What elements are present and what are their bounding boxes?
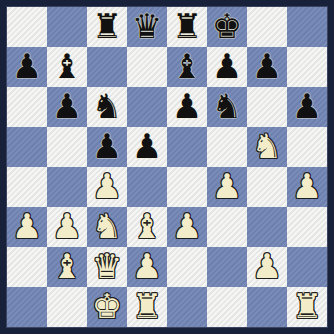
piece-white-pawn[interactable]: ♟ — [52, 207, 82, 246]
square-c2[interactable]: ♛ — [87, 247, 127, 287]
piece-black-queen[interactable]: ♛ — [132, 7, 162, 46]
square-g7[interactable]: ♟ — [247, 47, 287, 87]
piece-white-pawn[interactable]: ♟ — [12, 207, 42, 246]
square-d1[interactable]: ♜ — [127, 287, 167, 327]
piece-black-knight[interactable]: ♞ — [212, 87, 242, 126]
square-d3[interactable]: ♝ — [127, 207, 167, 247]
piece-white-queen[interactable]: ♛ — [92, 247, 122, 286]
square-g5[interactable]: ♞ — [247, 127, 287, 167]
chess-board: ♜♛♜♚♟♝♝♟♟♟♞♟♞♟♟♟♞♟♟♟♟♟♞♝♟♝♛♟♟♚♜♜ — [7, 7, 327, 327]
square-b6[interactable]: ♟ — [47, 87, 87, 127]
square-a8[interactable] — [7, 7, 47, 47]
square-d6[interactable] — [127, 87, 167, 127]
piece-black-pawn[interactable]: ♟ — [52, 87, 82, 126]
piece-white-bishop[interactable]: ♝ — [132, 207, 162, 246]
square-a6[interactable] — [7, 87, 47, 127]
square-h4[interactable]: ♟ — [287, 167, 327, 207]
piece-white-pawn[interactable]: ♟ — [92, 167, 122, 206]
square-c3[interactable]: ♞ — [87, 207, 127, 247]
square-e2[interactable] — [167, 247, 207, 287]
square-f8[interactable]: ♚ — [207, 7, 247, 47]
board-frame: ♜♛♜♚♟♝♝♟♟♟♞♟♞♟♟♟♞♟♟♟♟♟♞♝♟♝♛♟♟♚♜♜ — [0, 0, 334, 334]
square-e4[interactable] — [167, 167, 207, 207]
square-g1[interactable] — [247, 287, 287, 327]
square-g8[interactable] — [247, 7, 287, 47]
square-c8[interactable]: ♜ — [87, 7, 127, 47]
square-c5[interactable]: ♟ — [87, 127, 127, 167]
square-e8[interactable]: ♜ — [167, 7, 207, 47]
square-b2[interactable]: ♝ — [47, 247, 87, 287]
square-f4[interactable]: ♟ — [207, 167, 247, 207]
square-f2[interactable] — [207, 247, 247, 287]
square-h8[interactable] — [287, 7, 327, 47]
square-h6[interactable]: ♟ — [287, 87, 327, 127]
square-a3[interactable]: ♟ — [7, 207, 47, 247]
square-a5[interactable] — [7, 127, 47, 167]
square-h3[interactable] — [287, 207, 327, 247]
square-b5[interactable] — [47, 127, 87, 167]
square-c7[interactable] — [87, 47, 127, 87]
square-g3[interactable] — [247, 207, 287, 247]
square-h1[interactable]: ♜ — [287, 287, 327, 327]
square-e7[interactable]: ♝ — [167, 47, 207, 87]
piece-black-pawn[interactable]: ♟ — [92, 127, 122, 166]
piece-black-pawn[interactable]: ♟ — [212, 47, 242, 86]
square-f7[interactable]: ♟ — [207, 47, 247, 87]
square-g2[interactable]: ♟ — [247, 247, 287, 287]
piece-black-pawn[interactable]: ♟ — [132, 127, 162, 166]
piece-black-knight[interactable]: ♞ — [92, 87, 122, 126]
piece-white-king[interactable]: ♚ — [92, 287, 122, 326]
square-b1[interactable] — [47, 287, 87, 327]
square-g6[interactable] — [247, 87, 287, 127]
square-d7[interactable] — [127, 47, 167, 87]
square-d8[interactable]: ♛ — [127, 7, 167, 47]
piece-white-pawn[interactable]: ♟ — [252, 247, 282, 286]
square-b8[interactable] — [47, 7, 87, 47]
piece-white-rook[interactable]: ♜ — [292, 287, 322, 326]
square-e3[interactable]: ♟ — [167, 207, 207, 247]
piece-black-pawn[interactable]: ♟ — [252, 47, 282, 86]
square-h2[interactable] — [287, 247, 327, 287]
square-a7[interactable]: ♟ — [7, 47, 47, 87]
piece-white-pawn[interactable]: ♟ — [292, 167, 322, 206]
piece-black-pawn[interactable]: ♟ — [172, 87, 202, 126]
square-f5[interactable] — [207, 127, 247, 167]
piece-white-knight[interactable]: ♞ — [252, 127, 282, 166]
square-d5[interactable]: ♟ — [127, 127, 167, 167]
piece-white-pawn[interactable]: ♟ — [132, 247, 162, 286]
piece-white-pawn[interactable]: ♟ — [172, 207, 202, 246]
square-a1[interactable] — [7, 287, 47, 327]
square-g4[interactable] — [247, 167, 287, 207]
piece-white-rook[interactable]: ♜ — [132, 287, 162, 326]
square-a2[interactable] — [7, 247, 47, 287]
piece-white-knight[interactable]: ♞ — [92, 207, 122, 246]
square-c4[interactable]: ♟ — [87, 167, 127, 207]
square-b7[interactable]: ♝ — [47, 47, 87, 87]
square-e1[interactable] — [167, 287, 207, 327]
piece-black-rook[interactable]: ♜ — [172, 7, 202, 46]
piece-black-pawn[interactable]: ♟ — [292, 87, 322, 126]
square-c6[interactable]: ♞ — [87, 87, 127, 127]
square-d4[interactable] — [127, 167, 167, 207]
square-f1[interactable] — [207, 287, 247, 327]
square-e6[interactable]: ♟ — [167, 87, 207, 127]
piece-black-pawn[interactable]: ♟ — [12, 47, 42, 86]
piece-white-pawn[interactable]: ♟ — [212, 167, 242, 206]
square-f6[interactable]: ♞ — [207, 87, 247, 127]
square-f3[interactable] — [207, 207, 247, 247]
square-e5[interactable] — [167, 127, 207, 167]
square-d2[interactable]: ♟ — [127, 247, 167, 287]
square-a4[interactable] — [7, 167, 47, 207]
piece-black-king[interactable]: ♚ — [212, 7, 242, 46]
square-h7[interactable] — [287, 47, 327, 87]
square-h5[interactable] — [287, 127, 327, 167]
square-b4[interactable] — [47, 167, 87, 207]
square-b3[interactable]: ♟ — [47, 207, 87, 247]
piece-black-rook[interactable]: ♜ — [92, 7, 122, 46]
piece-black-bishop[interactable]: ♝ — [52, 47, 82, 86]
piece-white-bishop[interactable]: ♝ — [52, 247, 82, 286]
piece-black-bishop[interactable]: ♝ — [172, 47, 202, 86]
square-c1[interactable]: ♚ — [87, 287, 127, 327]
